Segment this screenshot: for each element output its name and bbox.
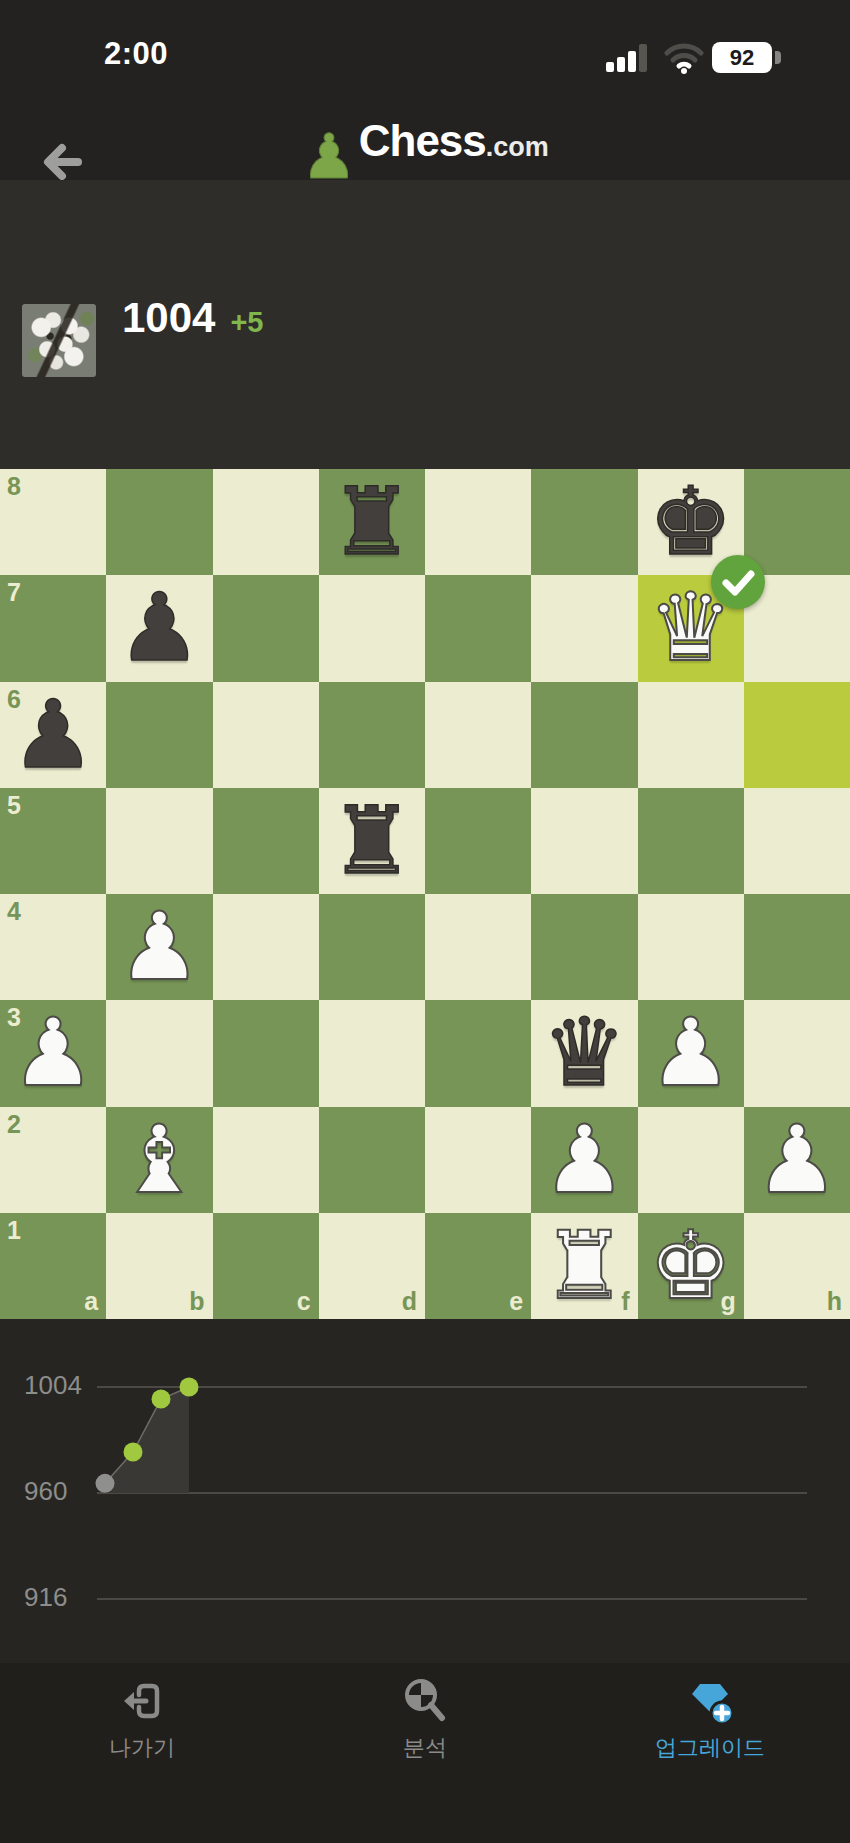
white-pawn-b4[interactable]: ♟ <box>106 894 212 1000</box>
white-rook-f1[interactable]: ♜ <box>531 1213 637 1319</box>
square-d7[interactable] <box>319 575 425 681</box>
square-b8[interactable] <box>106 469 212 575</box>
chess-app-screen: 2:00 92 ♟ Chess .com 1004 +5 87654321abc… <box>0 0 850 1843</box>
rank-label-4: 4 <box>7 899 21 924</box>
nav-item-upgrade[interactable]: 업그레이드 <box>600 1677 820 1763</box>
black-queen-f3[interactable]: ♛ <box>531 1000 637 1106</box>
exit-icon <box>116 1677 168 1725</box>
black-pawn-b7[interactable]: ♟ <box>106 575 212 681</box>
player-avatar[interactable] <box>22 304 96 377</box>
logo-domain-text: .com <box>486 132 549 163</box>
square-e1[interactable]: e <box>425 1213 531 1319</box>
rating-point-999 <box>152 1390 171 1409</box>
black-pawn-a6[interactable]: ♟ <box>0 682 106 788</box>
square-h3[interactable] <box>744 1000 850 1106</box>
rating-row: 1004 +5 <box>122 294 264 342</box>
square-c7[interactable] <box>213 575 319 681</box>
battery-nub <box>775 51 781 64</box>
square-e4[interactable] <box>425 894 531 1000</box>
upgrade-gem-icon <box>684 1677 736 1725</box>
nav-item-analysis[interactable]: 분석 <box>315 1677 535 1763</box>
analysis-magnifier-icon <box>399 1677 451 1725</box>
square-g2[interactable] <box>638 1107 744 1213</box>
cell-signal-icon <box>606 42 654 74</box>
correct-move-check-badge <box>711 555 765 609</box>
white-king-g1[interactable]: ♚ <box>638 1213 744 1319</box>
square-g6[interactable] <box>638 682 744 788</box>
nav-label-analysis: 분석 <box>403 1733 447 1763</box>
square-e8[interactable] <box>425 469 531 575</box>
square-d6[interactable] <box>319 682 425 788</box>
svg-text:916: 916 <box>24 1582 67 1612</box>
square-h6[interactable] <box>744 682 850 788</box>
file-label-h: h <box>827 1289 842 1314</box>
square-a4[interactable]: 4 <box>0 894 106 1000</box>
rating-point-1004 <box>180 1378 199 1397</box>
file-label-c: c <box>297 1289 311 1314</box>
square-e6[interactable] <box>425 682 531 788</box>
bottom-nav-bar: 나가기 분석 업그레이드 <box>0 1663 850 1843</box>
square-a1[interactable]: 1a <box>0 1213 106 1319</box>
rating-delta: +5 <box>230 306 263 339</box>
square-h5[interactable] <box>744 788 850 894</box>
square-e7[interactable] <box>425 575 531 681</box>
square-d1[interactable]: d <box>319 1213 425 1319</box>
battery-icon: 92 <box>712 42 772 73</box>
square-c8[interactable] <box>213 469 319 575</box>
nav-item-exit[interactable]: 나가기 <box>32 1677 252 1763</box>
rating-point-977 <box>124 1443 143 1462</box>
square-g5[interactable] <box>638 788 744 894</box>
square-a5[interactable]: 5 <box>0 788 106 894</box>
wifi-icon <box>664 42 704 74</box>
square-f8[interactable] <box>531 469 637 575</box>
square-e2[interactable] <box>425 1107 531 1213</box>
file-label-a: a <box>84 1289 98 1314</box>
square-b6[interactable] <box>106 682 212 788</box>
player-rating: 1004 <box>122 294 215 342</box>
rank-label-8: 8 <box>7 474 21 499</box>
square-a2[interactable]: 2 <box>0 1107 106 1213</box>
square-e3[interactable] <box>425 1000 531 1106</box>
file-label-d: d <box>402 1289 417 1314</box>
square-c1[interactable]: c <box>213 1213 319 1319</box>
rank-label-7: 7 <box>7 580 21 605</box>
square-f4[interactable] <box>531 894 637 1000</box>
square-a8[interactable]: 8 <box>0 469 106 575</box>
svg-text:960: 960 <box>24 1476 67 1506</box>
logo-pawn-icon: ♟ <box>301 126 357 188</box>
status-time: 2:00 <box>94 36 178 72</box>
file-label-e: e <box>509 1289 523 1314</box>
chesscom-logo: ♟ Chess .com <box>0 116 850 178</box>
file-label-b: b <box>189 1289 204 1314</box>
square-f6[interactable] <box>531 682 637 788</box>
square-d2[interactable] <box>319 1107 425 1213</box>
square-d4[interactable] <box>319 894 425 1000</box>
square-a7[interactable]: 7 <box>0 575 106 681</box>
square-h4[interactable] <box>744 894 850 1000</box>
rank-label-1: 1 <box>7 1218 21 1243</box>
square-d3[interactable] <box>319 1000 425 1106</box>
white-pawn-g3[interactable]: ♟ <box>638 1000 744 1106</box>
square-c3[interactable] <box>213 1000 319 1106</box>
white-pawn-a3[interactable]: ♟ <box>0 1000 106 1106</box>
battery-percent: 92 <box>730 45 754 71</box>
rating-point-964 <box>96 1474 115 1493</box>
square-c6[interactable] <box>213 682 319 788</box>
white-pawn-f2[interactable]: ♟ <box>531 1107 637 1213</box>
black-rook-d8[interactable]: ♜ <box>319 469 425 575</box>
square-g4[interactable] <box>638 894 744 1000</box>
logo-text: Chess <box>359 116 486 166</box>
square-c5[interactable] <box>213 788 319 894</box>
rating-chart-panel: 1004960916 <box>0 1319 850 1663</box>
square-b3[interactable] <box>106 1000 212 1106</box>
square-c2[interactable] <box>213 1107 319 1213</box>
black-rook-d5[interactable]: ♜ <box>319 788 425 894</box>
rank-label-2: 2 <box>7 1112 21 1137</box>
square-h1[interactable]: h <box>744 1213 850 1319</box>
square-f5[interactable] <box>531 788 637 894</box>
square-e5[interactable] <box>425 788 531 894</box>
player-panel: 1004 +5 <box>0 180 850 469</box>
square-b1[interactable]: b <box>106 1213 212 1319</box>
rating-chart: 1004960916 <box>0 1319 850 1663</box>
svg-text:1004: 1004 <box>24 1370 82 1400</box>
nav-label-upgrade: 업그레이드 <box>655 1733 765 1763</box>
nav-label-exit: 나가기 <box>109 1733 175 1763</box>
square-f7[interactable] <box>531 575 637 681</box>
white-bishop-b2[interactable]: ♝ <box>106 1107 212 1213</box>
white-pawn-h2[interactable]: ♟ <box>744 1107 850 1213</box>
checkmark-icon <box>711 555 765 609</box>
rank-label-5: 5 <box>7 793 21 818</box>
square-b5[interactable] <box>106 788 212 894</box>
square-c4[interactable] <box>213 894 319 1000</box>
